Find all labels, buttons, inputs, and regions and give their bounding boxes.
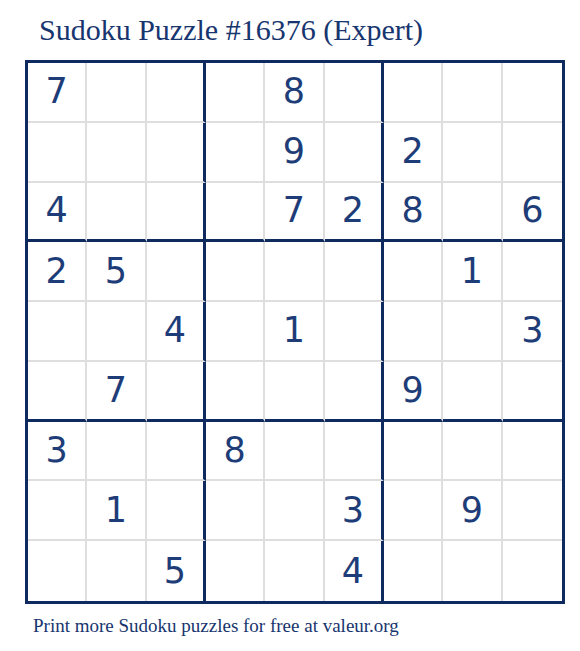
sudoku-cell-r2c3 <box>147 123 206 183</box>
sudoku-cell-r6c7: 9 <box>384 362 443 422</box>
sudoku-cell-r7c9 <box>503 422 562 482</box>
sudoku-cell-r7c8 <box>443 422 502 482</box>
sudoku-cell-r7c6 <box>325 422 384 482</box>
sudoku-cell-r6c9 <box>503 362 562 422</box>
sudoku-cell-r9c3: 5 <box>147 541 206 601</box>
sudoku-board: 789247286251413793813954 <box>25 60 565 604</box>
sudoku-cell-r9c6: 4 <box>325 541 384 601</box>
sudoku-cell-r5c2 <box>87 302 146 362</box>
sudoku-cell-r6c3 <box>147 362 206 422</box>
footer-text: Print more Sudoku puzzles for free at va… <box>33 614 399 638</box>
sudoku-cell-r5c8 <box>443 302 502 362</box>
sudoku-cell-r4c7 <box>384 242 443 302</box>
sudoku-cell-r8c5 <box>265 481 324 541</box>
sudoku-cell-r8c9 <box>503 481 562 541</box>
sudoku-cell-r5c6 <box>325 302 384 362</box>
sudoku-cell-r1c7 <box>384 63 443 123</box>
sudoku-cell-r4c8: 1 <box>443 242 502 302</box>
sudoku-cell-r3c4 <box>206 183 265 243</box>
sudoku-cell-r5c5: 1 <box>265 302 324 362</box>
sudoku-cell-r6c5 <box>265 362 324 422</box>
sudoku-cell-r5c4 <box>206 302 265 362</box>
sudoku-cell-r9c4 <box>206 541 265 601</box>
sudoku-cell-r3c2 <box>87 183 146 243</box>
sudoku-cell-r3c6: 2 <box>325 183 384 243</box>
sudoku-cell-r6c8 <box>443 362 502 422</box>
sudoku-cell-r4c4 <box>206 242 265 302</box>
sudoku-cell-r9c8 <box>443 541 502 601</box>
sudoku-cell-r7c7 <box>384 422 443 482</box>
sudoku-cell-r7c2 <box>87 422 146 482</box>
sudoku-cell-r8c8: 9 <box>443 481 502 541</box>
sudoku-cell-r8c1 <box>28 481 87 541</box>
sudoku-cell-r1c1: 7 <box>28 63 87 123</box>
sudoku-cell-r2c1 <box>28 123 87 183</box>
sudoku-cell-r8c4 <box>206 481 265 541</box>
sudoku-cell-r7c1: 3 <box>28 422 87 482</box>
sudoku-cell-r2c6 <box>325 123 384 183</box>
sudoku-cell-r5c7 <box>384 302 443 362</box>
sudoku-cell-r3c5: 7 <box>265 183 324 243</box>
sudoku-cell-r2c8 <box>443 123 502 183</box>
sudoku-cell-r7c5 <box>265 422 324 482</box>
page: Sudoku Puzzle #16376 (Expert) 7892472862… <box>0 0 580 651</box>
sudoku-cell-r8c7 <box>384 481 443 541</box>
sudoku-cell-r4c5 <box>265 242 324 302</box>
sudoku-cell-r8c2: 1 <box>87 481 146 541</box>
sudoku-cell-r1c4 <box>206 63 265 123</box>
sudoku-cell-r7c3 <box>147 422 206 482</box>
sudoku-cell-r6c2: 7 <box>87 362 146 422</box>
puzzle-title: Sudoku Puzzle #16376 (Expert) <box>39 13 423 47</box>
sudoku-cell-r2c4 <box>206 123 265 183</box>
sudoku-cell-r3c9: 6 <box>503 183 562 243</box>
sudoku-cell-r3c8 <box>443 183 502 243</box>
sudoku-cell-r4c1: 2 <box>28 242 87 302</box>
sudoku-cell-r4c6 <box>325 242 384 302</box>
sudoku-cell-r1c8 <box>443 63 502 123</box>
sudoku-cell-r2c2 <box>87 123 146 183</box>
sudoku-cell-r8c3 <box>147 481 206 541</box>
sudoku-cell-r3c3 <box>147 183 206 243</box>
sudoku-cell-r9c9 <box>503 541 562 601</box>
sudoku-cell-r1c2 <box>87 63 146 123</box>
sudoku-cell-r5c1 <box>28 302 87 362</box>
sudoku-cell-r6c4 <box>206 362 265 422</box>
sudoku-cell-r2c7: 2 <box>384 123 443 183</box>
sudoku-cell-r1c3 <box>147 63 206 123</box>
sudoku-cell-r1c6 <box>325 63 384 123</box>
sudoku-cell-r3c7: 8 <box>384 183 443 243</box>
sudoku-cell-r7c4: 8 <box>206 422 265 482</box>
sudoku-cell-r9c7 <box>384 541 443 601</box>
sudoku-cell-r4c3 <box>147 242 206 302</box>
sudoku-cell-r9c1 <box>28 541 87 601</box>
sudoku-cell-r5c9: 3 <box>503 302 562 362</box>
sudoku-cell-r8c6: 3 <box>325 481 384 541</box>
sudoku-cell-r4c9 <box>503 242 562 302</box>
sudoku-cell-r9c5 <box>265 541 324 601</box>
sudoku-cell-r2c9 <box>503 123 562 183</box>
sudoku-cell-r1c9 <box>503 63 562 123</box>
sudoku-cell-r6c6 <box>325 362 384 422</box>
sudoku-cell-r9c2 <box>87 541 146 601</box>
sudoku-cell-r4c2: 5 <box>87 242 146 302</box>
sudoku-cell-r1c5: 8 <box>265 63 324 123</box>
sudoku-cell-r3c1: 4 <box>28 183 87 243</box>
sudoku-cell-r2c5: 9 <box>265 123 324 183</box>
sudoku-cell-r5c3: 4 <box>147 302 206 362</box>
sudoku-cell-r6c1 <box>28 362 87 422</box>
